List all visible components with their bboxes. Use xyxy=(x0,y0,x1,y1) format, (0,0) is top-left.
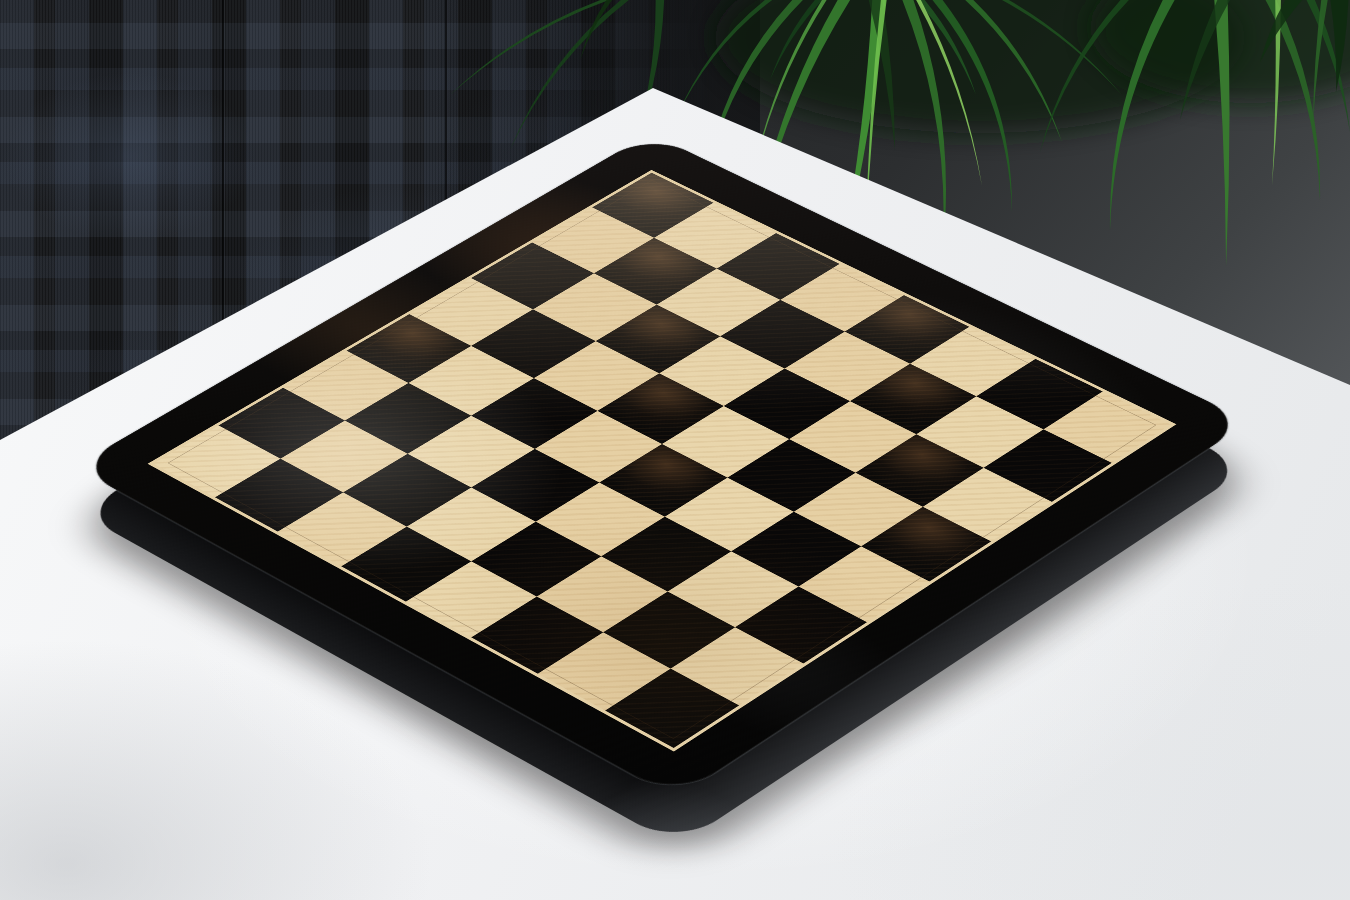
square-r4c7 xyxy=(799,546,930,622)
square-r1c7 xyxy=(984,429,1112,501)
square-r6c5 xyxy=(537,556,668,632)
square-r6c6 xyxy=(603,592,735,669)
square-r3c5 xyxy=(727,439,855,512)
square-r7c4 xyxy=(406,561,537,637)
square-r2c7 xyxy=(923,468,1052,542)
leaf-blade xyxy=(450,0,640,95)
square-r7c1 xyxy=(215,459,343,532)
square-r5c5 xyxy=(601,517,731,592)
square-r6c2 xyxy=(343,454,471,527)
square-r5c3 xyxy=(471,449,599,522)
square-r3c6 xyxy=(794,473,923,547)
square-r7c6 xyxy=(538,632,671,710)
scene xyxy=(0,0,1350,900)
square-r6c4 xyxy=(471,522,601,597)
square-r7c7 xyxy=(605,669,739,748)
square-r7c5 xyxy=(471,597,603,674)
square-r4c5 xyxy=(665,478,794,552)
square-r3c7 xyxy=(861,507,991,582)
square-r7c2 xyxy=(278,492,407,566)
square-r7c3 xyxy=(341,527,471,602)
square-r2c6 xyxy=(856,434,984,507)
leaf-blade xyxy=(580,0,629,60)
square-r5c6 xyxy=(668,551,799,627)
square-r5c7 xyxy=(735,587,867,664)
square-r5c4 xyxy=(536,483,665,557)
square-r4c4 xyxy=(599,444,727,517)
square-r4c6 xyxy=(731,512,861,587)
square-r6c7 xyxy=(671,627,804,705)
square-r6c3 xyxy=(407,487,536,561)
